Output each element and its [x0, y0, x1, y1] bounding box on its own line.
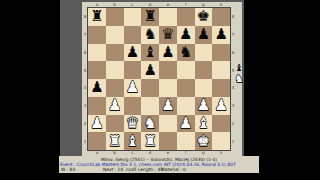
piece-white-queen-c2: ♛: [126, 116, 139, 131]
rank-label-1: 1: [230, 132, 236, 150]
square-h2: [212, 115, 230, 133]
square-f8: [177, 8, 195, 26]
square-c7: [124, 26, 142, 44]
square-a2: ♟: [88, 115, 106, 133]
piece-black-pawn-h7: ♟: [214, 27, 227, 42]
square-b5: [106, 61, 124, 79]
piece-black-pawn-d5: ♟: [143, 63, 156, 78]
captured-white-knight: ♞: [235, 73, 244, 84]
square-e8: [159, 8, 177, 26]
square-h7: ♟: [212, 26, 230, 44]
square-f4: [177, 79, 195, 97]
square-g3: ♟: [195, 97, 213, 115]
piece-white-pawn-a2: ♟: [90, 116, 103, 131]
game-caption: Milov, Georg (2541) -- Vukovszki, Maciej…: [59, 156, 259, 173]
square-e3: ♟: [159, 97, 177, 115]
status-item-1: Next : 14. cxd5: [103, 167, 136, 172]
piece-white-knight-d2: ♞: [143, 116, 156, 131]
square-g4: [195, 79, 213, 97]
square-e5: [159, 61, 177, 79]
chess-board: ♜♜♚♞♛♟♟♟♟♝♟♞♟♟♟♟♟♟♟♟♛♞♟♝♜♝♜♚: [88, 8, 230, 150]
status-item-2: Length : 45: [138, 167, 163, 172]
square-g8: ♚: [195, 8, 213, 26]
status-item-3: Material : 0: [161, 167, 186, 172]
rank-label-7: 7: [230, 26, 236, 44]
square-g6: [195, 44, 213, 62]
square-b1: ♜: [106, 132, 124, 150]
square-d7: ♞: [141, 26, 159, 44]
piece-white-king-g1: ♚: [197, 134, 210, 149]
square-c5: [124, 61, 142, 79]
piece-white-pawn-e3: ♟: [161, 98, 174, 113]
piece-black-queen-e7: ♛: [161, 27, 174, 42]
square-d6: ♝: [141, 44, 159, 62]
square-d2: ♞: [141, 115, 159, 133]
square-h4: [212, 79, 230, 97]
piece-black-pawn-e6: ♟: [161, 45, 174, 60]
square-a4: ♟: [88, 79, 106, 97]
square-c4: ♟: [124, 79, 142, 97]
status-item-0: W : B3: [61, 167, 75, 172]
square-h8: [212, 8, 230, 26]
square-a1: [88, 132, 106, 150]
square-b6: [106, 44, 124, 62]
square-d1: ♜: [141, 132, 159, 150]
square-h1: [212, 132, 230, 150]
piece-white-rook-b1: ♜: [108, 134, 121, 149]
square-g5: [195, 61, 213, 79]
square-b3: ♟: [106, 97, 124, 115]
piece-black-knight-d7: ♞: [143, 27, 156, 42]
square-c1: ♝: [124, 132, 142, 150]
piece-black-rook-a8: ♜: [90, 9, 103, 24]
square-f2: ♟: [177, 115, 195, 133]
square-c6: ♟: [124, 44, 142, 62]
square-c8: [124, 8, 142, 26]
square-e6: ♟: [159, 44, 177, 62]
piece-black-knight-f6: ♞: [179, 45, 192, 60]
status-line: W : B3Next : 14. cxd5Length : 45Material…: [59, 167, 259, 172]
square-b2: [106, 115, 124, 133]
square-g2: ♝: [195, 115, 213, 133]
square-d5: ♟: [141, 61, 159, 79]
piece-white-pawn-c4: ♟: [126, 80, 139, 95]
piece-black-bishop-d6: ♝: [143, 45, 156, 60]
square-b4: [106, 79, 124, 97]
square-h3: ♟: [212, 97, 230, 115]
captured-black-bishop: ♝: [235, 62, 244, 73]
square-c2: ♛: [124, 115, 142, 133]
piece-white-pawn-f2: ♟: [179, 116, 192, 131]
square-a7: [88, 26, 106, 44]
piece-black-pawn-c6: ♟: [126, 45, 139, 60]
square-e7: ♛: [159, 26, 177, 44]
square-e1: [159, 132, 177, 150]
rank-label-8: 8: [230, 8, 236, 26]
piece-black-pawn-g7: ♟: [197, 27, 210, 42]
square-d3: [141, 97, 159, 115]
rank-label-6: 6: [230, 44, 236, 62]
square-g7: ♟: [195, 26, 213, 44]
square-f7: ♟: [177, 26, 195, 44]
square-b7: [106, 26, 124, 44]
square-a6: [88, 44, 106, 62]
square-f5: [177, 61, 195, 79]
square-g1: ♚: [195, 132, 213, 150]
piece-white-pawn-h3: ♟: [214, 98, 227, 113]
square-f1: [177, 132, 195, 150]
square-e4: [159, 79, 177, 97]
square-a5: [88, 61, 106, 79]
rank-label-3: 3: [230, 97, 236, 115]
square-h5: [212, 61, 230, 79]
piece-black-pawn-f7: ♟: [179, 27, 192, 42]
piece-white-rook-d1: ♜: [143, 134, 156, 149]
piece-white-bishop-c1: ♝: [126, 134, 139, 149]
board-frame: abcdefgh 87654321 ♜♜♚♞♛♟♟♟♟♝♟♞♟♟♟♟♟♟♟♟♛♞…: [82, 2, 242, 156]
square-a8: ♜: [88, 8, 106, 26]
piece-white-bishop-g2: ♝: [197, 116, 210, 131]
square-d4: [141, 79, 159, 97]
square-c3: [124, 97, 142, 115]
square-h6: [212, 44, 230, 62]
piece-white-pawn-g3: ♟: [197, 98, 210, 113]
piece-white-pawn-b3: ♟: [108, 98, 121, 113]
piece-black-king-g8: ♚: [197, 9, 210, 24]
square-e2: [159, 115, 177, 133]
piece-black-rook-d8: ♜: [143, 9, 156, 24]
piece-black-pawn-a4: ♟: [90, 80, 103, 95]
square-d8: ♜: [141, 8, 159, 26]
square-f6: ♞: [177, 44, 195, 62]
square-a3: [88, 97, 106, 115]
rank-label-2: 2: [230, 115, 236, 133]
square-b8: [106, 8, 124, 26]
captured-pieces-tray: ♝♞: [233, 62, 245, 84]
square-f3: [177, 97, 195, 115]
